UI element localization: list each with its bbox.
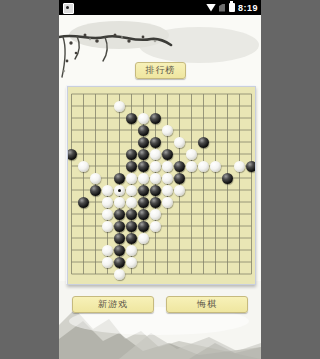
white-stone — [102, 197, 113, 208]
black-stone — [150, 113, 161, 124]
white-stone — [102, 245, 113, 256]
black-stone — [198, 137, 209, 148]
white-stone — [138, 173, 149, 184]
black-stone — [246, 161, 256, 172]
white-stone — [162, 125, 173, 136]
white-stone — [150, 209, 161, 220]
last-move-marker — [118, 189, 121, 192]
black-stone — [126, 221, 137, 232]
status-bar: 8:19 — [59, 0, 261, 15]
black-stone — [222, 173, 233, 184]
white-stone — [102, 185, 113, 196]
white-stone — [114, 197, 125, 208]
black-stone — [162, 149, 173, 160]
black-stone — [138, 149, 149, 160]
black-stone — [138, 221, 149, 232]
battery-icon — [229, 3, 235, 12]
white-stone — [126, 257, 137, 268]
black-stone — [114, 257, 125, 268]
white-stone — [198, 161, 209, 172]
undo-button[interactable]: 悔棋 — [166, 296, 248, 313]
black-stone — [138, 185, 149, 196]
black-stone — [126, 149, 137, 160]
white-stone — [126, 245, 137, 256]
black-stone — [90, 185, 101, 196]
black-stone — [174, 161, 185, 172]
white-stone — [150, 161, 161, 172]
white-stone — [102, 221, 113, 232]
white-stone — [102, 209, 113, 220]
black-stone — [114, 209, 125, 220]
black-stone — [126, 209, 137, 220]
white-stone — [174, 137, 185, 148]
black-stone — [114, 233, 125, 244]
wifi-icon — [206, 4, 216, 12]
sim-icon — [219, 4, 225, 12]
black-stone — [138, 197, 149, 208]
black-stone — [138, 209, 149, 220]
black-stone — [150, 137, 161, 148]
white-stone — [162, 161, 173, 172]
white-stone — [186, 149, 197, 160]
white-stone — [174, 185, 185, 196]
white-stone — [138, 233, 149, 244]
white-stone — [126, 173, 137, 184]
white-stone — [126, 185, 137, 196]
black-stone — [126, 233, 137, 244]
black-stone — [138, 125, 149, 136]
white-stone — [150, 221, 161, 232]
black-stone — [78, 197, 89, 208]
board[interactable] — [67, 86, 256, 285]
black-stone — [138, 137, 149, 148]
white-stone — [150, 149, 161, 160]
white-stone — [210, 161, 221, 172]
app-screen: 8:19 排行榜 新游戏 悔棋 — [59, 0, 261, 359]
white-stone — [114, 269, 125, 280]
black-stone — [67, 149, 77, 160]
black-stone — [114, 245, 125, 256]
white-stone — [138, 113, 149, 124]
screenshot-icon — [63, 3, 74, 14]
white-stone — [162, 173, 173, 184]
leaderboard-button[interactable]: 排行榜 — [135, 62, 186, 79]
white-stone — [114, 101, 125, 112]
black-stone — [126, 161, 137, 172]
white-stone — [126, 197, 137, 208]
white-stone — [162, 185, 173, 196]
white-stone — [102, 257, 113, 268]
black-stone — [126, 113, 137, 124]
status-time: 8:19 — [238, 3, 258, 13]
white-stone — [78, 161, 89, 172]
white-stone — [150, 173, 161, 184]
new-game-button[interactable]: 新游戏 — [72, 296, 154, 313]
black-stone — [150, 185, 161, 196]
white-stone — [186, 161, 197, 172]
black-stone — [150, 197, 161, 208]
white-stone — [234, 161, 245, 172]
black-stone — [174, 173, 185, 184]
black-stone — [114, 221, 125, 232]
white-stone — [162, 197, 173, 208]
black-stone — [138, 161, 149, 172]
white-stone — [90, 173, 101, 184]
ink-mountains-artwork — [59, 281, 261, 359]
black-stone — [114, 173, 125, 184]
